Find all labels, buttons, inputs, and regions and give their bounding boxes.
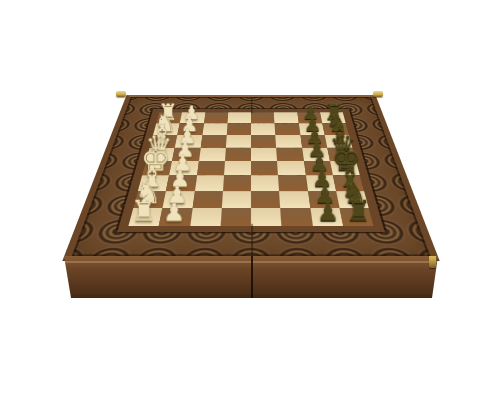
square-g7: ♟ [308,191,340,208]
square-a8: ♜ [320,112,346,123]
square-d6 [276,148,303,161]
square-c3 [200,135,226,148]
square-a1: ♜ [156,112,182,123]
piece-white-a1: ♜ [158,101,178,122]
square-f4 [223,175,251,191]
square-h1: ♜ [128,208,162,226]
square-d1: ♛ [146,148,175,161]
square-g4 [222,191,251,208]
square-h2: ♟ [159,208,192,226]
piece-black-e7: ♟ [309,154,329,175]
fold-seam-back [251,97,253,113]
square-b2: ♟ [178,123,204,135]
square-d4 [225,148,251,161]
square-f6 [278,175,307,191]
box-front-face [58,254,444,304]
square-e4 [224,161,251,175]
square-g5 [251,191,280,208]
fold-seam-icon [251,254,253,300]
square-c5 [251,135,276,148]
square-h6 [280,208,312,226]
square-b3 [202,123,227,135]
square-g2: ♟ [163,191,195,208]
piece-white-a2: ♟ [183,105,200,123]
square-f3 [194,175,223,191]
square-d7: ♟ [302,148,330,161]
square-e8: ♚ [330,161,360,175]
square-e5 [251,161,278,175]
square-d5 [251,148,277,161]
square-f5 [251,175,279,191]
square-c6 [275,135,301,148]
square-d3 [199,148,226,161]
square-e3 [197,161,225,175]
square-b5 [251,123,275,135]
square-c7: ♟ [300,135,327,148]
square-d8: ♛ [327,148,356,161]
square-c4 [226,135,251,148]
square-h7: ♟ [310,208,343,226]
square-f8: ♝ [333,175,364,191]
square-f2: ♟ [166,175,196,191]
square-c1: ♝ [150,135,178,148]
piece-black-f8: ♝ [337,163,363,191]
square-e1: ♚ [142,161,172,175]
square-a6 [274,112,298,123]
square-g8: ♞ [336,191,369,208]
square-g1: ♞ [133,191,166,208]
square-e6 [277,161,305,175]
square-b7: ♟ [298,123,324,135]
board-grid: ♜♟♟♜♞♟♟♞♝♟♟♝♛♟♟♛♚♟♟♚♝♟♟♝♞♟♟♞♜♟♟♜ [117,109,384,232]
piece-black-a8: ♜ [324,101,344,122]
square-c8: ♝ [324,135,352,148]
square-a2: ♟ [180,112,205,123]
square-b1: ♞ [153,123,180,135]
piece-black-a7: ♟ [302,105,319,123]
square-b4 [227,123,251,135]
product-photo: ♜♟♟♜♞♟♟♞♝♟♟♝♛♟♟♛♚♟♟♚♝♟♟♝♞♟♟♞♜♟♟♜ [0,0,500,400]
square-e2: ♟ [169,161,198,175]
brass-hinge-back-left-icon [116,91,126,97]
square-h3 [190,208,222,226]
square-d2: ♟ [172,148,200,161]
piece-white-f1: ♝ [139,163,165,191]
brass-hinge-back-right-icon [373,91,383,97]
chessboard: ♜♟♟♜♞♟♟♞♝♟♟♝♛♟♟♛♚♟♟♚♝♟♟♝♞♟♟♞♜♟♟♜ [62,95,439,261]
square-f1: ♝ [138,175,169,191]
square-a5 [251,112,275,123]
square-a4 [227,112,251,123]
square-f7: ♟ [305,175,335,191]
square-a7: ♟ [297,112,322,123]
square-h5 [251,208,282,226]
square-g3 [192,191,223,208]
piece-white-e2: ♟ [173,154,193,175]
square-b8: ♞ [322,123,349,135]
square-h8: ♜ [339,208,373,226]
square-g6 [279,191,310,208]
square-h4 [220,208,251,226]
square-b6 [275,123,300,135]
square-a3 [204,112,228,123]
square-e7: ♟ [304,161,333,175]
square-c2: ♟ [175,135,202,148]
